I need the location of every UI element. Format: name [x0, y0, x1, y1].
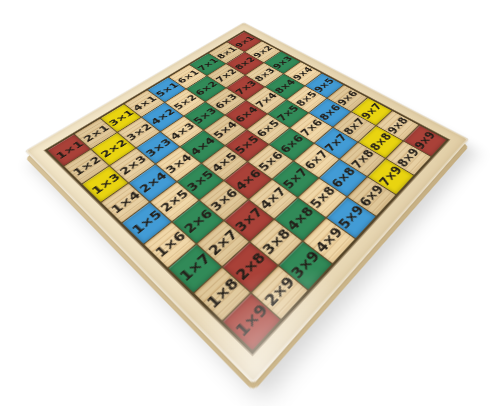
tile-label: 5×6: [256, 150, 285, 173]
tile-label: 8×9: [395, 147, 422, 169]
tile-label: 8×3: [252, 67, 276, 83]
board-frame: 1×12×13×14×15×16×17×18×19×11×22×23×24×25…: [25, 22, 469, 384]
tile-label: 6×8: [328, 165, 357, 189]
tile-label: 3×8: [259, 227, 292, 257]
tile-label: 9×6: [335, 89, 360, 107]
tile-label: 5×8: [307, 184, 337, 210]
tile-label: 9×8: [385, 116, 410, 136]
tile-label: 2×6: [181, 207, 214, 235]
tile-label: 4×8: [284, 205, 316, 233]
tile-label: 3×7: [232, 206, 265, 234]
tile-label: 6×9: [357, 183, 386, 209]
tile-label: 6×4: [233, 105, 260, 124]
tile-label: 4×5: [209, 151, 239, 174]
tile-label: 7×4: [253, 91, 279, 109]
tile-label: 9×5: [312, 77, 336, 94]
tile-label: 4×7: [257, 186, 288, 212]
tile-label: 9×9: [412, 130, 438, 151]
tile-label: 9×2: [251, 45, 274, 59]
tile-label: 6×6: [277, 133, 305, 154]
tile-label: 3×9: [288, 249, 322, 281]
tile-label: 5×4: [211, 120, 239, 140]
tile-label: 9×3: [270, 55, 293, 70]
tile-label: 8×5: [294, 90, 319, 108]
tile-label: 2×9: [261, 274, 297, 309]
tile-label: 2×7: [206, 228, 240, 258]
tile-label: 1×8: [203, 276, 240, 311]
tile-label: 8×7: [341, 117, 367, 137]
tile-label: 8×8: [367, 131, 393, 152]
tile-label: 9×4: [291, 66, 315, 82]
tile-label: 5×7: [280, 167, 310, 191]
tile-label: 8×4: [272, 78, 297, 95]
tile-label: 5×9: [335, 203, 366, 231]
tile-label: 7×8: [348, 148, 376, 171]
tile-label: 7×5: [275, 104, 301, 123]
tile-label: 8×6: [317, 103, 343, 122]
scene: 1×12×13×14×15×16×17×18×19×11×22×23×24×25…: [0, 0, 500, 406]
tile-label: 9×7: [359, 102, 384, 121]
tile-grid: 1×12×13×14×15×16×17×18×19×11×22×23×24×25…: [45, 31, 449, 355]
tile-label: 6×7: [302, 149, 330, 172]
tile-label: 2×8: [232, 250, 267, 283]
tile-label: 5×5: [233, 135, 261, 156]
tile-label: 7×7: [322, 132, 349, 153]
tile-label: 1×7: [177, 252, 213, 285]
tile-label: 6×5: [254, 119, 281, 139]
tile-label: 1×9: [232, 302, 270, 340]
tile-label: 3×6: [208, 187, 240, 213]
tile-label: 4×9: [313, 225, 345, 255]
multiplication-board: 1×12×13×14×15×16×17×18×19×11×22×23×24×25…: [86, 0, 408, 306]
tile-label: 4×6: [233, 168, 263, 192]
tile-label: 7×6: [298, 118, 325, 138]
tile-label: 7×9: [376, 164, 404, 188]
